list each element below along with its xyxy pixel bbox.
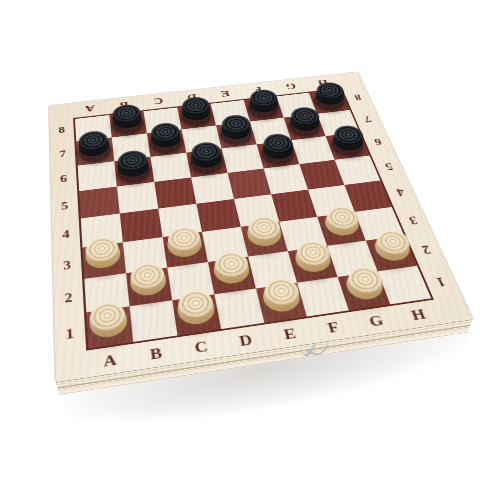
rank-label-2: 2 — [53, 280, 84, 318]
piece-white-a1 — [90, 310, 130, 346]
rank-label-8: 8 — [49, 118, 74, 144]
clasp-hook — [308, 344, 329, 355]
piece-white-g1 — [342, 274, 386, 307]
rank-label-3: 3 — [53, 248, 83, 284]
rank-label-4: 4 — [52, 219, 81, 252]
rank-label-5: 5 — [51, 191, 79, 222]
rank-label-1: 1 — [54, 314, 86, 355]
rank-label-7: 7 — [50, 141, 76, 168]
piece-white-b2 — [130, 271, 169, 304]
piece-white-g3 — [321, 214, 362, 243]
checkers-board: HGFEDCBA ABCDEFGH 87654321 12345678 — [49, 72, 473, 382]
piece-white-e3 — [244, 224, 284, 253]
piece-white-e1 — [260, 286, 303, 320]
piece-white-c3 — [166, 235, 204, 265]
rank-label-6: 6 — [50, 165, 77, 194]
piece-white-d2 — [212, 259, 252, 291]
product-photo-stage: HGFEDCBA ABCDEFGH 87654321 12345678 — [0, 0, 500, 500]
piece-white-a3 — [86, 245, 123, 276]
piece-white-c1 — [176, 297, 217, 332]
piece-white-h2 — [370, 238, 413, 268]
metal-clasp-icon — [302, 343, 326, 357]
board-scene: HGFEDCBA ABCDEFGH 87654321 12345678 — [54, 19, 414, 379]
piece-white-f2 — [292, 249, 334, 280]
